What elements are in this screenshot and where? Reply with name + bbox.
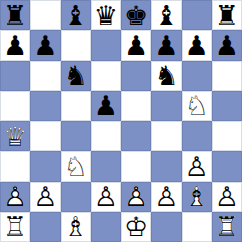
square-f8[interactable]: ♝: [151, 0, 181, 30]
square-e7[interactable]: ♟: [121, 30, 151, 60]
square-c1[interactable]: ♝♗: [61, 212, 91, 242]
square-g7[interactable]: ♟: [182, 30, 212, 60]
white-bishop-glyph-outline: ♗: [182, 182, 212, 212]
black-pawn-glyph-fill: ♟: [182, 30, 212, 60]
white-queen-piece[interactable]: ♛♕: [0, 121, 30, 151]
black-knight-glyph-fill: ♞: [151, 61, 181, 91]
black-king-glyph-fill: ♚: [121, 0, 151, 30]
black-pawn-piece[interactable]: ♟: [212, 30, 242, 60]
black-pawn-glyph-fill: ♟: [0, 30, 30, 60]
square-g6[interactable]: [182, 61, 212, 91]
square-e5[interactable]: [121, 91, 151, 121]
square-a6[interactable]: [0, 61, 30, 91]
white-rook-piece[interactable]: ♜♖: [0, 212, 30, 242]
black-rook-piece[interactable]: ♜: [0, 0, 30, 30]
black-pawn-piece[interactable]: ♟: [30, 30, 60, 60]
square-b2[interactable]: ♟♙: [30, 182, 60, 212]
square-a4[interactable]: ♛♕: [0, 121, 30, 151]
square-f2[interactable]: ♟♙: [151, 182, 181, 212]
square-d7[interactable]: [91, 30, 121, 60]
white-king-glyph-outline: ♔: [121, 212, 151, 242]
square-f4[interactable]: [151, 121, 181, 151]
square-a1[interactable]: ♜♖: [0, 212, 30, 242]
white-queen-glyph-outline: ♕: [0, 121, 30, 151]
square-c3[interactable]: ♞♘: [61, 151, 91, 181]
square-a5[interactable]: [0, 91, 30, 121]
white-pawn-glyph-outline: ♙: [212, 182, 242, 212]
black-pawn-piece[interactable]: ♟: [91, 91, 121, 121]
square-h3[interactable]: [212, 151, 242, 181]
square-d8[interactable]: ♛: [91, 0, 121, 30]
square-h7[interactable]: ♟: [212, 30, 242, 60]
white-bishop-glyph-outline: ♗: [61, 212, 91, 242]
black-knight-piece[interactable]: ♞: [61, 61, 91, 91]
square-e1[interactable]: ♚♔: [121, 212, 151, 242]
square-c6[interactable]: ♞: [61, 61, 91, 91]
square-b4[interactable]: [30, 121, 60, 151]
square-f5[interactable]: [151, 91, 181, 121]
chess-board: ♜♝♛♚♝♜♟♟♟♟♟♟♞♞♟♞♘♛♕♞♘♟♙♟♙♟♙♟♙♟♙♟♙♝♗♟♙♜♖♝…: [0, 0, 242, 242]
square-e4[interactable]: [121, 121, 151, 151]
white-pawn-piece[interactable]: ♟♙: [151, 182, 181, 212]
white-pawn-piece[interactable]: ♟♙: [91, 182, 121, 212]
white-pawn-glyph-outline: ♙: [0, 182, 30, 212]
black-rook-glyph-fill: ♜: [0, 0, 30, 30]
black-bishop-glyph-fill: ♝: [61, 0, 91, 30]
white-pawn-glyph-outline: ♙: [151, 182, 181, 212]
white-king-piece[interactable]: ♚♔: [121, 212, 151, 242]
square-h1[interactable]: ♜♖: [212, 212, 242, 242]
square-a2[interactable]: ♟♙: [0, 182, 30, 212]
white-pawn-glyph-outline: ♙: [182, 151, 212, 181]
black-bishop-piece[interactable]: ♝: [61, 0, 91, 30]
square-g3[interactable]: ♟♙: [182, 151, 212, 181]
black-bishop-piece[interactable]: ♝: [151, 0, 181, 30]
square-d5[interactable]: ♟: [91, 91, 121, 121]
square-d4[interactable]: [91, 121, 121, 151]
square-e3[interactable]: [121, 151, 151, 181]
black-knight-piece[interactable]: ♞: [151, 61, 181, 91]
square-d3[interactable]: [91, 151, 121, 181]
white-pawn-glyph-outline: ♙: [121, 182, 151, 212]
black-queen-glyph-fill: ♛: [91, 0, 121, 30]
square-d1[interactable]: [91, 212, 121, 242]
square-e2[interactable]: ♟♙: [121, 182, 151, 212]
square-b3[interactable]: [30, 151, 60, 181]
square-e6[interactable]: [121, 61, 151, 91]
black-pawn-glyph-fill: ♟: [212, 30, 242, 60]
square-h6[interactable]: [212, 61, 242, 91]
white-knight-glyph-outline: ♘: [182, 91, 212, 121]
white-knight-piece[interactable]: ♞♘: [182, 91, 212, 121]
square-a7[interactable]: ♟: [0, 30, 30, 60]
square-h4[interactable]: [212, 121, 242, 151]
square-d6[interactable]: [91, 61, 121, 91]
square-g8[interactable]: [182, 0, 212, 30]
square-d2[interactable]: ♟♙: [91, 182, 121, 212]
square-h8[interactable]: ♜: [212, 0, 242, 30]
black-pawn-piece[interactable]: ♟: [151, 30, 181, 60]
square-b6[interactable]: [30, 61, 60, 91]
white-pawn-piece[interactable]: ♟♙: [0, 182, 30, 212]
square-c4[interactable]: [61, 121, 91, 151]
white-pawn-piece[interactable]: ♟♙: [121, 182, 151, 212]
square-b7[interactable]: ♟: [30, 30, 60, 60]
white-pawn-piece[interactable]: ♟♙: [30, 182, 60, 212]
black-pawn-piece[interactable]: ♟: [121, 30, 151, 60]
square-g4[interactable]: [182, 121, 212, 151]
square-b1[interactable]: [30, 212, 60, 242]
black-pawn-glyph-fill: ♟: [30, 30, 60, 60]
white-rook-piece[interactable]: ♜♖: [212, 212, 242, 242]
square-h2[interactable]: ♟♙: [212, 182, 242, 212]
white-bishop-piece[interactable]: ♝♗: [182, 182, 212, 212]
square-f1[interactable]: [151, 212, 181, 242]
white-pawn-piece[interactable]: ♟♙: [182, 151, 212, 181]
square-c8[interactable]: ♝: [61, 0, 91, 30]
white-pawn-piece[interactable]: ♟♙: [212, 182, 242, 212]
square-a3[interactable]: [0, 151, 30, 181]
square-g2[interactable]: ♝♗: [182, 182, 212, 212]
black-king-piece[interactable]: ♚: [121, 0, 151, 30]
white-knight-glyph-outline: ♘: [61, 151, 91, 181]
square-g1[interactable]: [182, 212, 212, 242]
black-pawn-glyph-fill: ♟: [121, 30, 151, 60]
black-queen-piece[interactable]: ♛: [91, 0, 121, 30]
black-rook-glyph-fill: ♜: [212, 0, 242, 30]
square-e8[interactable]: ♚: [121, 0, 151, 30]
white-bishop-piece[interactable]: ♝♗: [61, 212, 91, 242]
square-g5[interactable]: ♞♘: [182, 91, 212, 121]
white-knight-piece[interactable]: ♞♘: [61, 151, 91, 181]
black-knight-glyph-fill: ♞: [61, 61, 91, 91]
square-h5[interactable]: [212, 91, 242, 121]
square-f7[interactable]: ♟: [151, 30, 181, 60]
black-bishop-glyph-fill: ♝: [151, 0, 181, 30]
black-pawn-glyph-fill: ♟: [91, 91, 121, 121]
white-pawn-glyph-outline: ♙: [91, 182, 121, 212]
square-a8[interactable]: ♜: [0, 0, 30, 30]
square-c2[interactable]: [61, 182, 91, 212]
white-pawn-glyph-outline: ♙: [30, 182, 60, 212]
square-b8[interactable]: [30, 0, 60, 30]
black-pawn-piece[interactable]: ♟: [0, 30, 30, 60]
square-c7[interactable]: [61, 30, 91, 60]
black-rook-piece[interactable]: ♜: [212, 0, 242, 30]
black-pawn-glyph-fill: ♟: [151, 30, 181, 60]
white-rook-glyph-outline: ♖: [0, 212, 30, 242]
square-b5[interactable]: [30, 91, 60, 121]
square-c5[interactable]: [61, 91, 91, 121]
square-f6[interactable]: ♞: [151, 61, 181, 91]
white-rook-glyph-outline: ♖: [212, 212, 242, 242]
black-pawn-piece[interactable]: ♟: [182, 30, 212, 60]
square-f3[interactable]: [151, 151, 181, 181]
